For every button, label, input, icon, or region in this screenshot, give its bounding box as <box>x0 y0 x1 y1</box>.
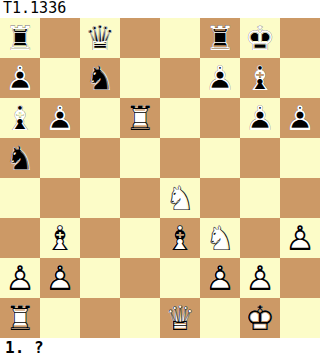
black-bishop-g7[interactable]: ♝♗ <box>240 58 280 98</box>
square-g6[interactable]: ♟♙ <box>240 98 280 138</box>
black-bishop-outline-glyph: ♗ <box>240 58 280 98</box>
square-e4[interactable]: ♞♘ <box>160 178 200 218</box>
black-knight-outline-glyph: ♘ <box>80 58 120 98</box>
square-h4[interactable] <box>280 178 320 218</box>
white-pawn-h3[interactable]: ♟♙ <box>280 218 320 258</box>
square-g4[interactable] <box>240 178 280 218</box>
white-bishop-outline-glyph: ♗ <box>40 218 80 258</box>
square-c5[interactable] <box>80 138 120 178</box>
square-a5[interactable]: ♞♘ <box>0 138 40 178</box>
white-queen-e1[interactable]: ♛♕ <box>160 298 200 338</box>
square-d4[interactable] <box>120 178 160 218</box>
white-knight-outline-glyph: ♘ <box>160 178 200 218</box>
square-d6[interactable]: ♜♖ <box>120 98 160 138</box>
white-bishop-e3[interactable]: ♝♗ <box>160 218 200 258</box>
white-rook-outline-glyph: ♖ <box>0 298 40 338</box>
white-pawn-a2[interactable]: ♟♙ <box>0 258 40 298</box>
white-rook-d6[interactable]: ♜♖ <box>120 98 160 138</box>
black-knight-a5[interactable]: ♞♘ <box>0 138 40 178</box>
square-f8[interactable]: ♜♖ <box>200 18 240 58</box>
black-rook-outline-glyph: ♖ <box>200 18 240 58</box>
square-c6[interactable] <box>80 98 120 138</box>
puzzle-page: T1.1336 ♜♖♛♕♜♖♚♔♟♙♞♘♟♙♝♗♝♗♟♙♜♖♟♙♟♙♞♘♞♘♝♗… <box>0 0 320 360</box>
square-d7[interactable] <box>120 58 160 98</box>
square-f4[interactable] <box>200 178 240 218</box>
square-e6[interactable] <box>160 98 200 138</box>
black-pawn-outline-glyph: ♙ <box>200 58 240 98</box>
black-queen-outline-glyph: ♕ <box>80 18 120 58</box>
square-e5[interactable] <box>160 138 200 178</box>
black-king-g8[interactable]: ♚♔ <box>240 18 280 58</box>
move-prompt: 1. ? <box>0 338 320 360</box>
white-king-g1[interactable]: ♚♔ <box>240 298 280 338</box>
square-a4[interactable] <box>0 178 40 218</box>
square-e8[interactable] <box>160 18 200 58</box>
white-knight-f3[interactable]: ♞♘ <box>200 218 240 258</box>
square-f2[interactable]: ♟♙ <box>200 258 240 298</box>
black-knight-c7[interactable]: ♞♘ <box>80 58 120 98</box>
black-king-outline-glyph: ♔ <box>240 18 280 58</box>
square-c1[interactable] <box>80 298 120 338</box>
square-g8[interactable]: ♚♔ <box>240 18 280 58</box>
square-c7[interactable]: ♞♘ <box>80 58 120 98</box>
chess-board: ♜♖♛♕♜♖♚♔♟♙♞♘♟♙♝♗♝♗♟♙♜♖♟♙♟♙♞♘♞♘♝♗♝♗♞♘♟♙♟♙… <box>0 18 320 338</box>
square-d8[interactable] <box>120 18 160 58</box>
square-h6[interactable]: ♟♙ <box>280 98 320 138</box>
black-bishop-outline-glyph: ♗ <box>0 98 40 138</box>
square-g2[interactable]: ♟♙ <box>240 258 280 298</box>
square-d3[interactable] <box>120 218 160 258</box>
square-f3[interactable]: ♞♘ <box>200 218 240 258</box>
square-g1[interactable]: ♚♔ <box>240 298 280 338</box>
white-bishop-b3[interactable]: ♝♗ <box>40 218 80 258</box>
square-a7[interactable]: ♟♙ <box>0 58 40 98</box>
square-e7[interactable] <box>160 58 200 98</box>
white-bishop-outline-glyph: ♗ <box>160 218 200 258</box>
square-h3[interactable]: ♟♙ <box>280 218 320 258</box>
black-pawn-outline-glyph: ♙ <box>280 98 320 138</box>
white-pawn-outline-glyph: ♙ <box>280 218 320 258</box>
black-rook-f8[interactable]: ♜♖ <box>200 18 240 58</box>
square-g7[interactable]: ♝♗ <box>240 58 280 98</box>
square-d1[interactable] <box>120 298 160 338</box>
square-b2[interactable]: ♟♙ <box>40 258 80 298</box>
black-pawn-outline-glyph: ♙ <box>240 98 280 138</box>
white-pawn-outline-glyph: ♙ <box>40 258 80 298</box>
square-h7[interactable] <box>280 58 320 98</box>
black-rook-a8[interactable]: ♜♖ <box>0 18 40 58</box>
black-rook-outline-glyph: ♖ <box>0 18 40 58</box>
white-pawn-f2[interactable]: ♟♙ <box>200 258 240 298</box>
square-h1[interactable] <box>280 298 320 338</box>
black-pawn-outline-glyph: ♙ <box>40 98 80 138</box>
black-bishop-a6[interactable]: ♝♗ <box>0 98 40 138</box>
square-e3[interactable]: ♝♗ <box>160 218 200 258</box>
square-g5[interactable] <box>240 138 280 178</box>
white-rook-outline-glyph: ♖ <box>120 98 160 138</box>
square-f1[interactable] <box>200 298 240 338</box>
square-b7[interactable] <box>40 58 80 98</box>
puzzle-title: T1.1336 <box>0 0 320 18</box>
black-pawn-f7[interactable]: ♟♙ <box>200 58 240 98</box>
square-b6[interactable]: ♟♙ <box>40 98 80 138</box>
square-g3[interactable] <box>240 218 280 258</box>
white-pawn-outline-glyph: ♙ <box>0 258 40 298</box>
square-d2[interactable] <box>120 258 160 298</box>
black-pawn-h6[interactable]: ♟♙ <box>280 98 320 138</box>
square-a1[interactable]: ♜♖ <box>0 298 40 338</box>
square-e2[interactable] <box>160 258 200 298</box>
square-f5[interactable] <box>200 138 240 178</box>
white-knight-outline-glyph: ♘ <box>200 218 240 258</box>
black-pawn-g6[interactable]: ♟♙ <box>240 98 280 138</box>
white-pawn-g2[interactable]: ♟♙ <box>240 258 280 298</box>
square-h5[interactable] <box>280 138 320 178</box>
white-pawn-outline-glyph: ♙ <box>200 258 240 298</box>
square-h8[interactable] <box>280 18 320 58</box>
square-e1[interactable]: ♛♕ <box>160 298 200 338</box>
square-d5[interactable] <box>120 138 160 178</box>
square-c4[interactable] <box>80 178 120 218</box>
square-a2[interactable]: ♟♙ <box>0 258 40 298</box>
black-queen-c8[interactable]: ♛♕ <box>80 18 120 58</box>
square-a6[interactable]: ♝♗ <box>0 98 40 138</box>
black-pawn-a7[interactable]: ♟♙ <box>0 58 40 98</box>
square-b1[interactable] <box>40 298 80 338</box>
square-b5[interactable] <box>40 138 80 178</box>
white-queen-outline-glyph: ♕ <box>160 298 200 338</box>
white-knight-e4[interactable]: ♞♘ <box>160 178 200 218</box>
black-pawn-b6[interactable]: ♟♙ <box>40 98 80 138</box>
white-pawn-b2[interactable]: ♟♙ <box>40 258 80 298</box>
white-rook-a1[interactable]: ♜♖ <box>0 298 40 338</box>
white-king-outline-glyph: ♔ <box>240 298 280 338</box>
square-a8[interactable]: ♜♖ <box>0 18 40 58</box>
square-c3[interactable] <box>80 218 120 258</box>
square-b4[interactable] <box>40 178 80 218</box>
square-h2[interactable] <box>280 258 320 298</box>
square-c2[interactable] <box>80 258 120 298</box>
square-c8[interactable]: ♛♕ <box>80 18 120 58</box>
square-b3[interactable]: ♝♗ <box>40 218 80 258</box>
black-knight-outline-glyph: ♘ <box>0 138 40 178</box>
white-pawn-outline-glyph: ♙ <box>240 258 280 298</box>
square-f6[interactable] <box>200 98 240 138</box>
black-pawn-outline-glyph: ♙ <box>0 58 40 98</box>
square-a3[interactable] <box>0 218 40 258</box>
square-f7[interactable]: ♟♙ <box>200 58 240 98</box>
square-b8[interactable] <box>40 18 80 58</box>
